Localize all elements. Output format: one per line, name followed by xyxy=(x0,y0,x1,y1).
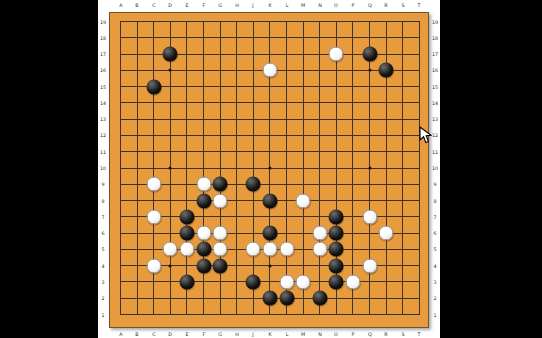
white-stone xyxy=(163,242,178,257)
board-grid xyxy=(120,21,420,314)
column-label: S xyxy=(401,3,404,8)
column-label: F xyxy=(202,332,205,337)
white-stone xyxy=(279,242,294,257)
column-label: L xyxy=(285,332,288,337)
white-stone xyxy=(362,258,377,273)
row-label: 10 xyxy=(432,166,438,171)
column-label: Q xyxy=(368,3,372,8)
grid-line xyxy=(120,184,420,185)
row-label: 8 xyxy=(433,198,436,203)
black-stone xyxy=(262,226,277,241)
black-stone xyxy=(246,177,261,192)
black-stone xyxy=(262,193,277,208)
row-label: 14 xyxy=(100,100,106,105)
row-label: 7 xyxy=(101,214,104,219)
column-label: D xyxy=(168,3,172,8)
white-stone xyxy=(179,242,194,257)
row-label: 12 xyxy=(432,133,438,138)
go-board[interactable] xyxy=(109,12,429,328)
row-label: 11 xyxy=(100,149,106,154)
black-stone xyxy=(262,291,277,306)
grid-line xyxy=(319,21,320,315)
grid-line xyxy=(303,21,304,315)
grid-line xyxy=(402,21,403,315)
column-label: K xyxy=(268,332,271,337)
column-label: M xyxy=(301,332,305,337)
column-label: F xyxy=(202,3,205,8)
column-label: Q xyxy=(368,332,372,337)
column-label: R xyxy=(384,3,387,8)
row-label: 19 xyxy=(100,19,106,24)
white-stone xyxy=(196,177,211,192)
column-label: D xyxy=(168,332,172,337)
grid-line xyxy=(120,281,420,282)
row-label: 15 xyxy=(432,84,438,89)
column-label: G xyxy=(218,3,222,8)
column-label: B xyxy=(135,3,138,8)
black-stone xyxy=(329,209,344,224)
column-label: N xyxy=(318,332,322,337)
column-label: S xyxy=(401,332,404,337)
row-label: 2 xyxy=(101,296,104,301)
row-label: 1 xyxy=(101,312,104,317)
column-label: A xyxy=(119,3,122,8)
column-label: H xyxy=(235,332,239,337)
white-stone xyxy=(379,226,394,241)
black-stone xyxy=(196,258,211,273)
column-label: T xyxy=(418,3,421,8)
row-label: 19 xyxy=(432,19,438,24)
white-stone xyxy=(213,242,228,257)
white-stone xyxy=(296,193,311,208)
black-stone xyxy=(329,258,344,273)
star-point xyxy=(368,167,371,170)
column-label: G xyxy=(218,332,222,337)
column-label: C xyxy=(152,332,155,337)
column-label: P xyxy=(351,3,354,8)
white-stone xyxy=(213,226,228,241)
column-label: H xyxy=(235,3,239,8)
white-stone xyxy=(312,226,327,241)
white-stone xyxy=(146,177,161,192)
column-label: C xyxy=(152,3,155,8)
row-label: 3 xyxy=(101,280,104,285)
white-stone xyxy=(213,193,228,208)
black-stone xyxy=(379,63,394,78)
mouse-cursor-icon xyxy=(419,126,432,145)
row-label: 5 xyxy=(101,247,104,252)
grid-line xyxy=(419,21,420,315)
column-label: P xyxy=(351,332,354,337)
black-stone xyxy=(246,274,261,289)
column-label: R xyxy=(384,332,387,337)
white-stone xyxy=(196,226,211,241)
app-window: AABBCCDDEEFFGGHHJJKKLLMMNNOOPPQQRRSSTT19… xyxy=(98,0,440,338)
row-label: 4 xyxy=(101,263,104,268)
column-label: J xyxy=(253,3,254,8)
white-stone xyxy=(296,274,311,289)
black-stone xyxy=(163,47,178,62)
white-stone xyxy=(279,274,294,289)
black-stone xyxy=(329,242,344,257)
row-label: 11 xyxy=(432,149,438,154)
column-label: A xyxy=(119,332,122,337)
white-stone xyxy=(329,47,344,62)
row-label: 7 xyxy=(433,214,436,219)
black-stone xyxy=(196,242,211,257)
column-label: M xyxy=(301,3,305,8)
row-label: 4 xyxy=(433,263,436,268)
row-label: 3 xyxy=(433,280,436,285)
row-label: 13 xyxy=(432,117,438,122)
star-point xyxy=(169,167,172,170)
black-stone xyxy=(213,177,228,192)
black-stone xyxy=(179,226,194,241)
star-point xyxy=(268,167,271,170)
black-stone xyxy=(329,274,344,289)
column-label: N xyxy=(318,3,322,8)
row-label: 9 xyxy=(101,182,104,187)
screenshot-root: { "game": "go", "app": { "description": … xyxy=(0,0,542,338)
black-stone xyxy=(329,226,344,241)
star-point xyxy=(169,264,172,267)
row-label: 8 xyxy=(101,198,104,203)
row-label: 9 xyxy=(433,182,436,187)
row-label: 10 xyxy=(100,166,106,171)
row-label: 17 xyxy=(432,52,438,57)
row-label: 5 xyxy=(433,247,436,252)
row-label: 1 xyxy=(433,312,436,317)
white-stone xyxy=(246,242,261,257)
white-stone xyxy=(146,209,161,224)
black-stone xyxy=(179,274,194,289)
column-label: J xyxy=(253,332,254,337)
column-label: E xyxy=(185,3,188,8)
row-label: 2 xyxy=(433,296,436,301)
white-stone xyxy=(146,258,161,273)
column-label: L xyxy=(285,3,288,8)
grid-line xyxy=(286,21,287,315)
star-point xyxy=(368,69,371,72)
row-label: 13 xyxy=(100,117,106,122)
column-label: B xyxy=(135,332,138,337)
black-stone xyxy=(279,291,294,306)
row-label: 6 xyxy=(101,231,104,236)
black-stone xyxy=(196,193,211,208)
row-label: 14 xyxy=(432,100,438,105)
star-point xyxy=(268,264,271,267)
grid-line xyxy=(352,21,353,315)
black-stone xyxy=(213,258,228,273)
row-label: 17 xyxy=(100,52,106,57)
star-point xyxy=(169,69,172,72)
column-label: T xyxy=(418,332,421,337)
white-stone xyxy=(262,63,277,78)
white-stone xyxy=(262,242,277,257)
row-label: 18 xyxy=(100,35,106,40)
column-label: K xyxy=(268,3,271,8)
row-label: 16 xyxy=(100,68,106,73)
black-stone xyxy=(312,291,327,306)
black-stone xyxy=(179,209,194,224)
column-label: O xyxy=(334,3,338,8)
grid-line xyxy=(120,314,420,315)
white-stone xyxy=(312,242,327,257)
row-label: 6 xyxy=(433,231,436,236)
black-stone xyxy=(362,47,377,62)
row-label: 16 xyxy=(432,68,438,73)
white-stone xyxy=(362,209,377,224)
white-stone xyxy=(345,274,360,289)
column-label: O xyxy=(334,332,338,337)
black-stone xyxy=(146,79,161,94)
row-label: 15 xyxy=(100,84,106,89)
row-label: 18 xyxy=(432,35,438,40)
column-label: E xyxy=(185,332,188,337)
row-label: 12 xyxy=(100,133,106,138)
